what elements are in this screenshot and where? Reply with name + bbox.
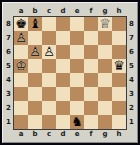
rank-labels-left: 87654321: [4, 17, 13, 129]
square-g1[interactable]: [98, 115, 112, 129]
black-bishop[interactable]: ♝: [29, 17, 41, 30]
square-d3[interactable]: [56, 87, 70, 101]
file-label-c: c: [42, 7, 56, 16]
square-b3[interactable]: [28, 87, 42, 101]
square-b6[interactable]: ♙: [28, 45, 42, 59]
square-e4[interactable]: [70, 73, 84, 87]
file-label-b: b: [28, 7, 42, 16]
square-g7[interactable]: [98, 31, 112, 45]
file-label-h: h: [112, 130, 126, 139]
file-label-a: a: [14, 130, 28, 139]
square-d5[interactable]: [56, 59, 70, 73]
square-f7[interactable]: [84, 31, 98, 45]
square-d2[interactable]: [56, 101, 70, 115]
square-f5[interactable]: [84, 59, 98, 73]
black-knight[interactable]: ♞: [71, 115, 83, 128]
square-e2[interactable]: [70, 101, 84, 115]
square-g4[interactable]: [98, 73, 112, 87]
file-label-b: b: [28, 130, 42, 139]
square-e3[interactable]: [70, 87, 84, 101]
rank-label-7: 7: [4, 31, 13, 45]
rank-label-1: 1: [127, 115, 136, 129]
square-a8[interactable]: ♚: [14, 17, 28, 31]
rank-labels-right: 87654321: [127, 17, 136, 129]
rank-label-2: 2: [4, 101, 13, 115]
square-e8[interactable]: [70, 17, 84, 31]
file-label-e: e: [70, 7, 84, 16]
rank-label-4: 4: [127, 73, 136, 87]
rank-label-8: 8: [4, 17, 13, 31]
square-b1[interactable]: [28, 115, 42, 129]
square-e1[interactable]: ♞: [70, 115, 84, 129]
rank-label-2: 2: [127, 101, 136, 115]
rank-label-1: 1: [4, 115, 13, 129]
square-a7[interactable]: ♙: [14, 31, 28, 45]
square-a1[interactable]: [14, 115, 28, 129]
square-a2[interactable]: [14, 101, 28, 115]
board-frame: abcdefgh 87654321 ♚♝♕♙♙♙♔♛♞ 87654321 abc…: [0, 0, 140, 145]
square-h8[interactable]: [112, 17, 126, 31]
file-label-g: g: [98, 130, 112, 139]
square-b5[interactable]: [28, 59, 42, 73]
square-h7[interactable]: [112, 31, 126, 45]
square-a4[interactable]: [14, 73, 28, 87]
square-g5[interactable]: [98, 59, 112, 73]
square-g6[interactable]: [98, 45, 112, 59]
file-label-h: h: [112, 7, 126, 16]
square-d6[interactable]: [56, 45, 70, 59]
square-f3[interactable]: [84, 87, 98, 101]
file-label-f: f: [84, 7, 98, 16]
square-f2[interactable]: [84, 101, 98, 115]
rank-label-6: 6: [127, 45, 136, 59]
black-king[interactable]: ♚: [15, 17, 27, 30]
square-a6[interactable]: [14, 45, 28, 59]
square-b8[interactable]: ♝: [28, 17, 42, 31]
rank-label-5: 5: [4, 59, 13, 73]
file-labels-top: abcdefgh: [14, 7, 126, 16]
square-h6[interactable]: [112, 45, 126, 59]
square-b7[interactable]: [28, 31, 42, 45]
rank-label-7: 7: [127, 31, 136, 45]
rank-label-6: 6: [4, 45, 13, 59]
white-king[interactable]: ♔: [15, 59, 27, 72]
square-f6[interactable]: [84, 45, 98, 59]
square-e6[interactable]: [70, 45, 84, 59]
white-pawn[interactable]: ♙: [29, 45, 41, 58]
file-label-a: a: [14, 7, 28, 16]
square-d1[interactable]: [56, 115, 70, 129]
square-e5[interactable]: [70, 59, 84, 73]
square-h3[interactable]: [112, 87, 126, 101]
square-c5[interactable]: [42, 59, 56, 73]
rank-label-8: 8: [127, 17, 136, 31]
square-h4[interactable]: [112, 73, 126, 87]
square-c1[interactable]: [42, 115, 56, 129]
square-c8[interactable]: [42, 17, 56, 31]
square-h2[interactable]: [112, 101, 126, 115]
square-h5[interactable]: ♛: [112, 59, 126, 73]
file-label-g: g: [98, 7, 112, 16]
square-a3[interactable]: [14, 87, 28, 101]
square-d4[interactable]: [56, 73, 70, 87]
coordinate-band: abcdefgh 87654321 ♚♝♕♙♙♙♔♛♞ 87654321 abc…: [2, 2, 138, 143]
square-c3[interactable]: [42, 87, 56, 101]
rank-label-4: 4: [4, 73, 13, 87]
file-label-e: e: [70, 130, 84, 139]
square-a5[interactable]: ♔: [14, 59, 28, 73]
square-b2[interactable]: [28, 101, 42, 115]
square-g3[interactable]: [98, 87, 112, 101]
file-labels-bottom: abcdefgh: [14, 130, 126, 139]
square-f8[interactable]: [84, 17, 98, 31]
square-c2[interactable]: [42, 101, 56, 115]
square-c7[interactable]: [42, 31, 56, 45]
black-queen[interactable]: ♛: [113, 59, 125, 72]
square-g2[interactable]: [98, 101, 112, 115]
rank-label-5: 5: [127, 59, 136, 73]
file-label-d: d: [56, 7, 70, 16]
file-label-f: f: [84, 130, 98, 139]
square-c4[interactable]: [42, 73, 56, 87]
chess-board: ♚♝♕♙♙♙♔♛♞: [13, 16, 127, 130]
square-e7[interactable]: [70, 31, 84, 45]
square-b4[interactable]: [28, 73, 42, 87]
square-d8[interactable]: [56, 17, 70, 31]
file-label-d: d: [56, 130, 70, 139]
white-pawn[interactable]: ♙: [43, 45, 55, 58]
rank-label-3: 3: [4, 87, 13, 101]
square-c6[interactable]: ♙: [42, 45, 56, 59]
file-label-c: c: [42, 130, 56, 139]
square-d7[interactable]: [56, 31, 70, 45]
square-g8[interactable]: ♕: [98, 17, 112, 31]
white-queen[interactable]: ♕: [99, 17, 111, 30]
square-f4[interactable]: [84, 73, 98, 87]
white-pawn[interactable]: ♙: [15, 31, 27, 44]
square-f1[interactable]: [84, 115, 98, 129]
square-h1[interactable]: [112, 115, 126, 129]
rank-label-3: 3: [127, 87, 136, 101]
